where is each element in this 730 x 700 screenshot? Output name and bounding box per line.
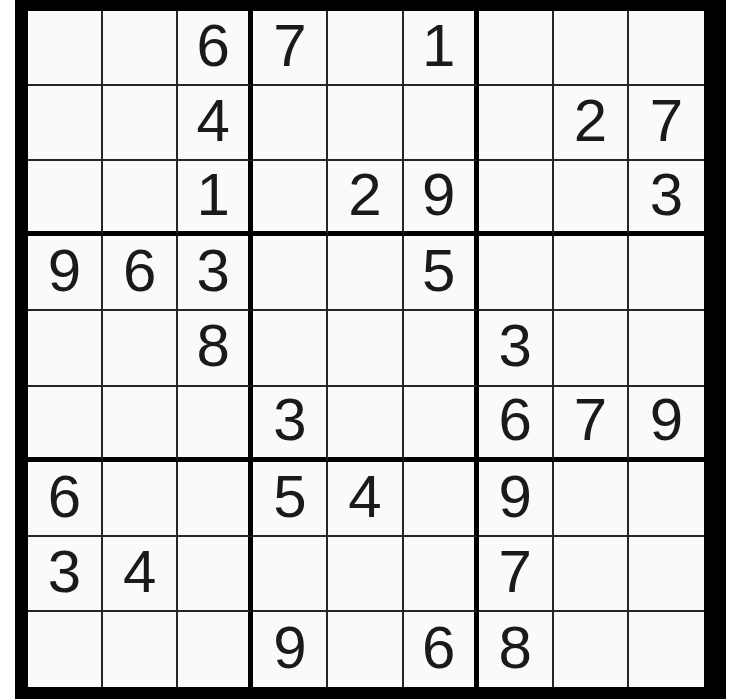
cell-r2c2[interactable] <box>103 86 178 161</box>
cell-r4c8[interactable] <box>554 236 629 311</box>
cell-r5c9[interactable] <box>629 311 704 386</box>
cell-r4c1[interactable]: 9 <box>28 236 103 311</box>
cell-r9c6[interactable]: 6 <box>404 612 479 687</box>
cell-r1c2[interactable] <box>103 11 178 86</box>
cell-r6c4[interactable]: 3 <box>253 387 328 462</box>
cell-r1c6[interactable]: 1 <box>404 11 479 86</box>
cell-r3c7[interactable] <box>479 161 554 236</box>
cell-r8c1[interactable]: 3 <box>28 537 103 612</box>
cell-r1c9[interactable] <box>629 11 704 86</box>
cell-r9c2[interactable] <box>103 612 178 687</box>
cell-r4c9[interactable] <box>629 236 704 311</box>
cell-r6c6[interactable] <box>404 387 479 462</box>
cell-r1c3[interactable]: 6 <box>178 11 253 86</box>
cell-r9c1[interactable] <box>28 612 103 687</box>
sudoku-grid: 671427129396358336796549347968 <box>28 11 704 687</box>
cell-r5c7[interactable]: 3 <box>479 311 554 386</box>
cell-r8c8[interactable] <box>554 537 629 612</box>
cell-r2c9[interactable]: 7 <box>629 86 704 161</box>
cell-r2c6[interactable] <box>404 86 479 161</box>
cell-r3c4[interactable] <box>253 161 328 236</box>
cell-r4c4[interactable] <box>253 236 328 311</box>
cell-r5c3[interactable]: 8 <box>178 311 253 386</box>
cell-r3c8[interactable] <box>554 161 629 236</box>
cell-r8c3[interactable] <box>178 537 253 612</box>
cell-r7c7[interactable]: 9 <box>479 462 554 537</box>
cell-r3c5[interactable]: 2 <box>328 161 403 236</box>
cell-r9c9[interactable] <box>629 612 704 687</box>
cell-r9c8[interactable] <box>554 612 629 687</box>
cell-r4c5[interactable] <box>328 236 403 311</box>
cell-r5c1[interactable] <box>28 311 103 386</box>
cell-r3c9[interactable]: 3 <box>629 161 704 236</box>
cell-r4c7[interactable] <box>479 236 554 311</box>
cell-r8c2[interactable]: 4 <box>103 537 178 612</box>
cell-r6c8[interactable]: 7 <box>554 387 629 462</box>
sudoku-board: 671427129396358336796549347968 <box>15 0 726 699</box>
cell-r1c8[interactable] <box>554 11 629 86</box>
cell-r9c5[interactable] <box>328 612 403 687</box>
cell-r6c7[interactable]: 6 <box>479 387 554 462</box>
cell-r9c4[interactable]: 9 <box>253 612 328 687</box>
cell-r6c2[interactable] <box>103 387 178 462</box>
cell-r7c5[interactable]: 4 <box>328 462 403 537</box>
cell-r8c9[interactable] <box>629 537 704 612</box>
cell-r2c4[interactable] <box>253 86 328 161</box>
cell-r8c4[interactable] <box>253 537 328 612</box>
cell-r8c5[interactable] <box>328 537 403 612</box>
cell-r7c9[interactable] <box>629 462 704 537</box>
cell-r6c1[interactable] <box>28 387 103 462</box>
cell-r2c5[interactable] <box>328 86 403 161</box>
cell-r4c2[interactable]: 6 <box>103 236 178 311</box>
cell-r2c7[interactable] <box>479 86 554 161</box>
cell-r5c2[interactable] <box>103 311 178 386</box>
cell-r1c5[interactable] <box>328 11 403 86</box>
sudoku-page: 671427129396358336796549347968 <box>0 0 730 700</box>
cell-r4c3[interactable]: 3 <box>178 236 253 311</box>
cell-r7c2[interactable] <box>103 462 178 537</box>
cell-r7c8[interactable] <box>554 462 629 537</box>
cell-r5c4[interactable] <box>253 311 328 386</box>
cell-r9c3[interactable] <box>178 612 253 687</box>
cell-r1c1[interactable] <box>28 11 103 86</box>
cell-r7c4[interactable]: 5 <box>253 462 328 537</box>
cell-r5c5[interactable] <box>328 311 403 386</box>
cell-r3c6[interactable]: 9 <box>404 161 479 236</box>
cell-r9c7[interactable]: 8 <box>479 612 554 687</box>
cell-r7c1[interactable]: 6 <box>28 462 103 537</box>
cell-r8c7[interactable]: 7 <box>479 537 554 612</box>
cell-r1c7[interactable] <box>479 11 554 86</box>
cell-r8c6[interactable] <box>404 537 479 612</box>
cell-r7c6[interactable] <box>404 462 479 537</box>
cell-r5c6[interactable] <box>404 311 479 386</box>
cell-r2c3[interactable]: 4 <box>178 86 253 161</box>
cell-r2c1[interactable] <box>28 86 103 161</box>
cell-r3c2[interactable] <box>103 161 178 236</box>
cell-r4c6[interactable]: 5 <box>404 236 479 311</box>
cell-r6c9[interactable]: 9 <box>629 387 704 462</box>
cell-r7c3[interactable] <box>178 462 253 537</box>
cell-r2c8[interactable]: 2 <box>554 86 629 161</box>
cell-r3c1[interactable] <box>28 161 103 236</box>
cell-r1c4[interactable]: 7 <box>253 11 328 86</box>
cell-r6c5[interactable] <box>328 387 403 462</box>
cell-r5c8[interactable] <box>554 311 629 386</box>
cell-r3c3[interactable]: 1 <box>178 161 253 236</box>
cell-r6c3[interactable] <box>178 387 253 462</box>
